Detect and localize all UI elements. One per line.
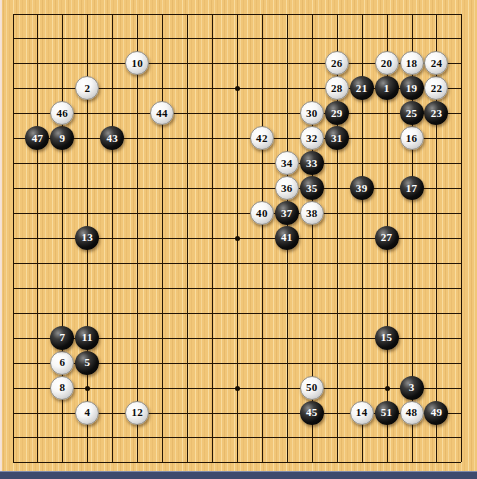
move-number-label: 35 xyxy=(306,183,318,194)
stone-black-3[interactable]: 3 xyxy=(400,376,424,400)
stone-white-48[interactable]: 48 xyxy=(400,401,424,425)
stone-white-32[interactable]: 32 xyxy=(300,126,324,150)
stone-black-25[interactable]: 25 xyxy=(400,101,424,125)
star-point xyxy=(235,236,240,241)
stone-white-8[interactable]: 8 xyxy=(50,376,74,400)
grid-line-horizontal xyxy=(13,288,462,289)
move-number-label: 24 xyxy=(431,58,443,69)
stone-black-47[interactable]: 47 xyxy=(25,126,49,150)
move-number-label: 22 xyxy=(431,83,443,94)
stone-white-4[interactable]: 4 xyxy=(75,401,99,425)
stone-white-28[interactable]: 28 xyxy=(325,76,349,100)
stone-white-22[interactable]: 22 xyxy=(424,76,448,100)
stone-black-33[interactable]: 33 xyxy=(300,151,324,175)
stone-black-19[interactable]: 19 xyxy=(400,76,424,100)
move-number-label: 14 xyxy=(356,407,368,418)
move-number-label: 34 xyxy=(281,158,293,169)
move-number-label: 31 xyxy=(331,133,343,144)
stone-white-34[interactable]: 34 xyxy=(275,151,299,175)
stone-white-12[interactable]: 12 xyxy=(125,401,149,425)
stone-white-20[interactable]: 20 xyxy=(375,51,399,75)
move-number-label: 25 xyxy=(406,108,418,119)
stone-black-27[interactable]: 27 xyxy=(375,226,399,250)
stone-black-1[interactable]: 1 xyxy=(375,76,399,100)
stone-black-9[interactable]: 9 xyxy=(50,126,74,150)
stone-black-39[interactable]: 39 xyxy=(350,176,374,200)
stone-black-29[interactable]: 29 xyxy=(325,101,349,125)
stone-black-13[interactable]: 13 xyxy=(75,226,99,250)
stone-black-15[interactable]: 15 xyxy=(375,326,399,350)
move-number-label: 32 xyxy=(306,133,318,144)
stone-black-51[interactable]: 51 xyxy=(375,401,399,425)
move-number-label: 37 xyxy=(281,208,293,219)
move-number-label: 41 xyxy=(281,232,293,243)
stone-black-35[interactable]: 35 xyxy=(300,176,324,200)
move-number-label: 51 xyxy=(381,407,393,418)
move-number-label: 8 xyxy=(59,382,65,393)
move-number-label: 39 xyxy=(356,183,368,194)
move-number-label: 20 xyxy=(381,58,393,69)
move-number-label: 11 xyxy=(82,332,93,343)
move-number-label: 36 xyxy=(281,183,293,194)
move-number-label: 49 xyxy=(431,407,443,418)
stone-white-10[interactable]: 10 xyxy=(125,51,149,75)
stone-white-26[interactable]: 26 xyxy=(325,51,349,75)
move-number-label: 29 xyxy=(331,108,343,119)
move-number-label: 13 xyxy=(82,232,94,243)
move-number-label: 30 xyxy=(306,108,318,119)
move-number-label: 3 xyxy=(409,382,415,393)
stone-white-46[interactable]: 46 xyxy=(50,101,74,125)
grid-line-vertical xyxy=(262,14,263,463)
stone-white-42[interactable]: 42 xyxy=(250,126,274,150)
stone-black-21[interactable]: 21 xyxy=(350,76,374,100)
go-diagram-screen: 1234567891011121314151617181920212223242… xyxy=(0,0,477,479)
move-number-label: 2 xyxy=(84,83,90,94)
stone-black-17[interactable]: 17 xyxy=(400,176,424,200)
grid-line-horizontal xyxy=(13,462,462,463)
stone-black-41[interactable]: 41 xyxy=(275,226,299,250)
grid-line-horizontal xyxy=(13,263,462,264)
move-number-label: 47 xyxy=(32,133,44,144)
move-number-label: 26 xyxy=(331,58,343,69)
grid-line-horizontal xyxy=(13,437,462,438)
move-number-label: 5 xyxy=(84,357,90,368)
move-number-label: 1 xyxy=(384,83,390,94)
stone-white-38[interactable]: 38 xyxy=(300,201,324,225)
stone-white-36[interactable]: 36 xyxy=(275,176,299,200)
move-number-label: 15 xyxy=(381,332,393,343)
stone-black-49[interactable]: 49 xyxy=(424,401,448,425)
move-number-label: 48 xyxy=(406,407,418,418)
move-number-label: 10 xyxy=(131,58,143,69)
move-number-label: 6 xyxy=(59,357,65,368)
grid-line-vertical xyxy=(461,14,462,463)
stone-white-18[interactable]: 18 xyxy=(400,51,424,75)
stone-black-37[interactable]: 37 xyxy=(275,201,299,225)
move-number-label: 43 xyxy=(106,133,118,144)
move-number-label: 19 xyxy=(406,83,418,94)
move-number-label: 44 xyxy=(156,108,168,119)
stone-black-23[interactable]: 23 xyxy=(424,101,448,125)
stone-white-2[interactable]: 2 xyxy=(75,76,99,100)
grid-line-horizontal xyxy=(13,313,462,314)
stone-white-50[interactable]: 50 xyxy=(300,376,324,400)
stone-black-31[interactable]: 31 xyxy=(325,126,349,150)
stone-white-44[interactable]: 44 xyxy=(150,101,174,125)
stone-black-7[interactable]: 7 xyxy=(50,326,74,350)
stone-white-14[interactable]: 14 xyxy=(350,401,374,425)
move-number-label: 45 xyxy=(306,407,318,418)
star-point xyxy=(85,386,90,391)
move-number-label: 40 xyxy=(256,208,268,219)
stone-black-5[interactable]: 5 xyxy=(75,351,99,375)
star-point xyxy=(235,86,240,91)
star-point xyxy=(385,386,390,391)
move-number-label: 28 xyxy=(331,83,343,94)
move-number-label: 12 xyxy=(131,407,143,418)
move-number-label: 42 xyxy=(256,133,268,144)
move-number-label: 21 xyxy=(356,83,368,94)
stone-white-40[interactable]: 40 xyxy=(250,201,274,225)
stone-white-24[interactable]: 24 xyxy=(424,51,448,75)
move-number-label: 38 xyxy=(306,208,318,219)
window-bottom-bar xyxy=(0,471,477,479)
star-point xyxy=(235,386,240,391)
move-number-label: 18 xyxy=(406,58,418,69)
stone-white-16[interactable]: 16 xyxy=(400,126,424,150)
move-number-label: 50 xyxy=(306,382,318,393)
stone-black-45[interactable]: 45 xyxy=(300,401,324,425)
stone-black-11[interactable]: 11 xyxy=(75,326,99,350)
move-number-label: 9 xyxy=(59,133,65,144)
stone-white-30[interactable]: 30 xyxy=(300,101,324,125)
move-number-label: 16 xyxy=(406,133,418,144)
stone-black-43[interactable]: 43 xyxy=(100,126,124,150)
move-number-label: 27 xyxy=(381,232,393,243)
move-number-label: 33 xyxy=(306,158,318,169)
window-left-border xyxy=(0,0,2,471)
move-number-label: 46 xyxy=(57,108,69,119)
move-number-label: 7 xyxy=(59,332,65,343)
move-number-label: 17 xyxy=(406,183,418,194)
move-number-label: 23 xyxy=(431,108,443,119)
move-number-label: 4 xyxy=(84,407,90,418)
stone-white-6[interactable]: 6 xyxy=(50,351,74,375)
